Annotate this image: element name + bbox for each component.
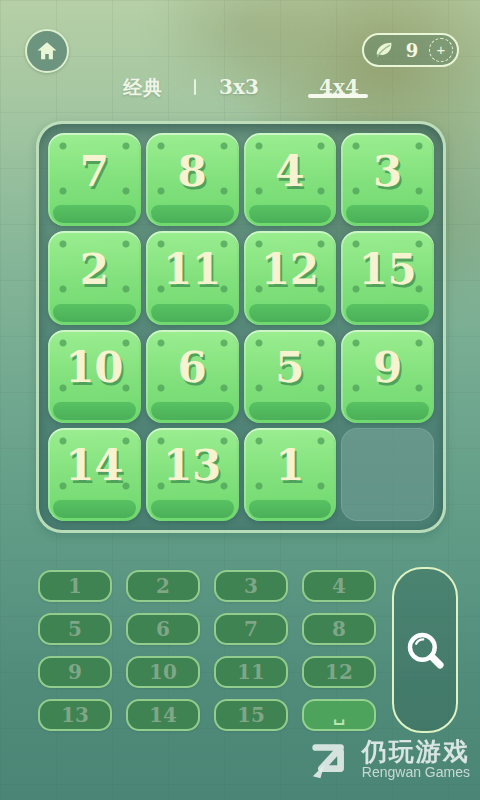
puzzle-tile[interactable]: 5 [244,330,337,423]
reference-cell: 5 [38,613,112,645]
reference-empty-cell: ␣ [302,699,376,731]
leaf-icon [373,39,395,61]
rengwan-logo-icon [308,736,354,782]
watermark: 仍玩游戏 Rengwan Games [308,736,470,782]
reference-cell: 9 [38,656,112,688]
reference-cell: 6 [126,613,200,645]
reference-cell: 7 [214,613,288,645]
tile-lip [249,402,332,420]
active-tab-underline [308,94,368,98]
tile-lip [346,304,429,322]
tile-number: 11 [146,231,239,307]
puzzle-tile[interactable]: 10 [48,330,141,423]
goal-reference-grid: 1 2 3 4 5 6 7 8 9 10 11 12 13 14 15 ␣ [38,570,376,731]
home-button[interactable] [25,29,69,73]
reference-cell: 4 [302,570,376,602]
tile-number: 7 [48,133,141,209]
watermark-en: Rengwan Games [362,764,470,780]
watermark-text: 仍玩游戏 Rengwan Games [362,738,470,780]
tile-lip [346,402,429,420]
reference-cell: 12 [302,656,376,688]
puzzle-tile[interactable]: 3 [341,133,434,226]
tile-number: 13 [146,428,239,504]
puzzle-board: 7 8 4 3 2 11 12 15 10 6 5 9 14 13 1 [36,121,446,533]
tile-lip [53,304,136,322]
puzzle-tile[interactable]: 11 [146,231,239,324]
tile-lip [53,205,136,223]
tile-lip [53,500,136,518]
game-screen: 9 + 经典 3x3 4x4 7 8 4 3 2 11 12 15 10 6 5… [0,0,480,800]
reference-cell: 13 [38,699,112,731]
puzzle-tile[interactable]: 13 [146,428,239,521]
tile-number: 6 [146,330,239,406]
tile-number: 9 [341,330,434,406]
leaf-currency-pill[interactable]: 9 + [362,33,459,67]
puzzle-tile[interactable]: 6 [146,330,239,423]
puzzle-tile[interactable]: 14 [48,428,141,521]
reference-cell: 15 [214,699,288,731]
tile-lip [151,500,234,518]
tile-number: 14 [48,428,141,504]
add-currency-button[interactable]: + [429,38,453,62]
tile-lip [151,205,234,223]
puzzle-tile[interactable]: 4 [244,133,337,226]
reference-cell: 10 [126,656,200,688]
puzzle-tile[interactable]: 9 [341,330,434,423]
watermark-cn: 仍玩游戏 [362,738,470,764]
tile-number: 15 [341,231,434,307]
puzzle-tile[interactable]: 8 [146,133,239,226]
magnifier-icon [402,627,448,673]
tile-lip [346,205,429,223]
tab-divider [194,79,196,95]
puzzle-tile[interactable]: 1 [244,428,337,521]
tile-number: 4 [244,133,337,209]
tile-number: 12 [244,231,337,307]
reference-cell: 3 [214,570,288,602]
reference-cell: 2 [126,570,200,602]
tile-number: 5 [244,330,337,406]
tile-number: 10 [48,330,141,406]
reference-cell: 8 [302,613,376,645]
home-icon [34,38,60,64]
tile-number: 2 [48,231,141,307]
reference-cell: 14 [126,699,200,731]
reference-cell: 1 [38,570,112,602]
tile-lip [249,304,332,322]
tab-3x3[interactable]: 3x3 [213,75,265,99]
puzzle-tile[interactable]: 15 [341,231,434,324]
tile-lip [151,304,234,322]
tile-lip [53,402,136,420]
tile-number: 8 [146,133,239,209]
puzzle-tile[interactable]: 7 [48,133,141,226]
tile-number: 1 [244,428,337,504]
empty-cell [341,428,434,521]
tile-lip [249,500,332,518]
puzzle-tile[interactable]: 12 [244,231,337,324]
reference-cell: 11 [214,656,288,688]
hint-magnifier-button[interactable] [392,567,458,733]
tile-lip [249,205,332,223]
leaf-count: 9 [395,40,429,61]
tab-classic[interactable]: 经典 [121,75,165,101]
tile-number: 3 [341,133,434,209]
puzzle-tile[interactable]: 2 [48,231,141,324]
tile-lip [151,402,234,420]
